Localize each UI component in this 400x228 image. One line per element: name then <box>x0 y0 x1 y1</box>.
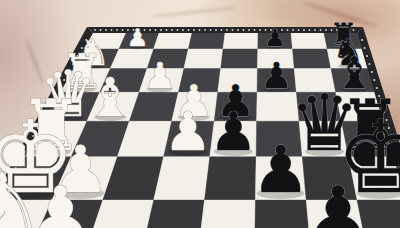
rail-stud <box>215 29 217 31</box>
rail-stud <box>254 29 256 31</box>
rail-stud <box>309 29 311 31</box>
square-h4[interactable] <box>188 33 225 49</box>
rail-stud <box>182 29 184 31</box>
square-h7[interactable] <box>291 33 327 49</box>
rail-stud <box>94 29 96 31</box>
square-b5[interactable] <box>198 200 255 228</box>
rail-stud <box>155 29 157 31</box>
rail-stud <box>199 29 201 31</box>
square-h5[interactable] <box>223 33 258 49</box>
rail-stud <box>314 29 316 31</box>
rail-stud <box>149 29 151 31</box>
rail-stud <box>100 29 102 31</box>
square-g5[interactable] <box>221 49 258 69</box>
rail-stud <box>171 29 173 31</box>
rail-stud <box>122 29 124 31</box>
rail-stud <box>292 29 294 31</box>
white-pawn-f3[interactable]: ♟ <box>144 55 176 96</box>
rail-stud <box>226 29 228 31</box>
rail-stud <box>116 29 118 31</box>
square-h3[interactable] <box>154 33 192 49</box>
rail-stud <box>210 29 212 31</box>
black-pawn-b7[interactable]: ♟ <box>302 169 373 228</box>
rail-stud <box>237 29 239 31</box>
rail-stud <box>177 29 179 31</box>
square-g7[interactable] <box>293 49 332 69</box>
rail-stud <box>248 29 250 31</box>
white-pawn-b2[interactable]: ♟ <box>25 169 96 228</box>
rail-stud <box>204 29 206 31</box>
rail-stud <box>160 29 162 31</box>
black-pawn-h6[interactable]: ♟ <box>264 24 286 52</box>
white-pawn-h2[interactable]: ♟ <box>127 24 149 52</box>
chess-board: ♟♟♜♞♞♜♟♟♝♛♝♟♟♜♟♟♛♜♚♟♟♚♞♟♟ <box>0 0 400 228</box>
rail-stud <box>105 29 107 31</box>
rail-stud <box>188 29 190 31</box>
rail-stud <box>303 29 305 31</box>
black-pawn-c6[interactable]: ♟ <box>251 132 309 207</box>
rail-stud <box>193 29 195 31</box>
black-pawn-d5[interactable]: ♟ <box>210 101 258 163</box>
rail-stud <box>166 29 168 31</box>
rail-stud <box>221 29 223 31</box>
rail-stud <box>111 29 113 31</box>
white-pawn-d4[interactable]: ♟ <box>164 101 212 163</box>
rail-stud <box>232 29 234 31</box>
rail-stud <box>325 29 327 31</box>
square-g4[interactable] <box>184 49 223 69</box>
white-bishop-e2[interactable]: ♝ <box>86 66 134 129</box>
rail-stud <box>259 29 261 31</box>
black-pawn-f6[interactable]: ♟ <box>261 55 293 96</box>
rail-stud <box>320 29 322 31</box>
rail-stud <box>287 29 289 31</box>
rail-stud <box>243 29 245 31</box>
rail-stud <box>298 29 300 31</box>
chess-scene: ♟♟♜♞♞♜♟♟♝♛♝♟♟♜♟♟♛♜♚♟♟♚♞♟♟ <box>0 0 400 228</box>
